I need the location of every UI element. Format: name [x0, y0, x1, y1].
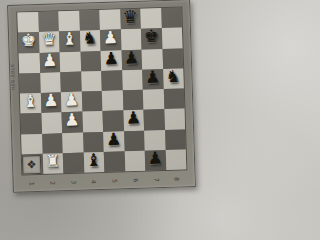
- black-pawn: ♟: [145, 68, 161, 85]
- board-square: [102, 111, 123, 132]
- board-square: [120, 29, 141, 50]
- board-square: [164, 109, 185, 130]
- black-pawn: ♟: [106, 130, 122, 147]
- white-king: ♚: [21, 32, 37, 49]
- board-square: ♟: [103, 131, 124, 152]
- board-square: [79, 10, 100, 31]
- black-knight: ♞: [82, 30, 98, 47]
- board-square: [82, 111, 103, 132]
- black-knight: ♞: [165, 68, 181, 85]
- board-square: [122, 90, 143, 111]
- rank-label: 6: [132, 170, 140, 191]
- board-square: ♟: [39, 52, 60, 73]
- rank-label: 1: [28, 173, 36, 194]
- rank-label: 8: [173, 169, 181, 190]
- board-square: [81, 91, 102, 112]
- rank-label: 2: [49, 173, 57, 194]
- board-square: [161, 28, 182, 49]
- board-square: [143, 89, 164, 110]
- board-stamp: HEB-2016: [10, 64, 19, 91]
- board-square: [165, 129, 186, 150]
- compass-ornament-icon: ❖: [22, 155, 42, 175]
- white-pawn: ♟: [43, 92, 59, 109]
- board-square: [42, 133, 63, 154]
- white-bishop: ♝: [62, 31, 78, 48]
- board-square: [58, 11, 79, 32]
- board-square: ♞: [79, 30, 100, 51]
- board-square: ♝: [59, 31, 80, 52]
- board-square: ♟: [142, 69, 163, 90]
- rank-label: 7: [153, 169, 161, 190]
- white-pawn: ♟: [64, 112, 80, 129]
- black-pawn: ♟: [126, 110, 142, 127]
- board-square: [142, 49, 163, 70]
- board-square: [104, 151, 125, 172]
- black-pawn: ♟: [103, 50, 119, 67]
- board-square: [161, 7, 182, 28]
- black-bishop: ♝: [86, 151, 102, 168]
- board-square: [19, 73, 40, 94]
- white-pawn: ♟: [42, 51, 58, 68]
- rank-label: 4: [90, 171, 98, 192]
- board-square: ♝: [83, 152, 104, 173]
- board-square: ♚: [18, 32, 39, 53]
- chess-board: ♛♚♛♝♞♟♚♟♟♟♟♞♝♟♟♟♟♟♜♝♟ ❖ 12345678 HEB-201…: [7, 0, 196, 193]
- rank-label: 3: [70, 172, 78, 193]
- board-square: [17, 12, 38, 33]
- board-square: ♜: [42, 153, 63, 174]
- board-square: [80, 51, 101, 72]
- board-square: [60, 71, 81, 92]
- board-square: [38, 11, 59, 32]
- board-square: ♚: [141, 28, 162, 49]
- board-square: [21, 133, 42, 154]
- black-queen: ♛: [122, 8, 138, 25]
- board-square: [63, 152, 84, 173]
- board-square: ♟: [61, 112, 82, 133]
- board-square: [21, 113, 42, 134]
- white-queen: ♛: [41, 31, 57, 48]
- black-king: ♚: [144, 28, 160, 45]
- white-bishop: ♝: [22, 93, 38, 110]
- board-square: [122, 69, 143, 90]
- board-square: [62, 132, 83, 153]
- board-grid: ♛♚♛♝♞♟♚♟♟♟♟♞♝♟♟♟♟♟♜♝♟: [16, 6, 187, 175]
- board-square: [99, 9, 120, 30]
- board-square: [19, 52, 40, 73]
- board-square: [143, 109, 164, 130]
- board-square: [165, 149, 186, 170]
- black-pawn: ♟: [147, 149, 163, 166]
- board-square: ♝: [20, 93, 41, 114]
- board-square: [124, 150, 145, 171]
- board-square: ♟: [101, 50, 122, 71]
- board-square: [60, 51, 81, 72]
- board-square: [102, 90, 123, 111]
- board-square: [144, 130, 165, 151]
- board-square: ♛: [120, 9, 141, 30]
- white-rook: ♜: [45, 153, 61, 170]
- board-square: [40, 72, 61, 93]
- board-square: ♟: [100, 30, 121, 51]
- white-pawn: ♟: [103, 29, 119, 46]
- board-square: ♟: [40, 92, 61, 113]
- board-square: ♟: [123, 110, 144, 131]
- black-pawn: ♟: [124, 49, 140, 66]
- board-square: ♟: [145, 150, 166, 171]
- board-square: [41, 113, 62, 134]
- board-square: [101, 70, 122, 91]
- board-square: ♞: [163, 68, 184, 89]
- rank-labels: 12345678: [22, 172, 188, 190]
- board-square: [124, 130, 145, 151]
- board-square: ♟: [121, 49, 142, 70]
- rank-label: 5: [111, 171, 119, 192]
- board-square: [162, 48, 183, 69]
- board-square: ♛: [38, 32, 59, 53]
- board-square: [83, 131, 104, 152]
- board-square: [163, 88, 184, 109]
- white-pawn: ♟: [63, 91, 79, 108]
- board-square: [140, 8, 161, 29]
- board-square: ♟: [61, 92, 82, 113]
- board-square: [81, 71, 102, 92]
